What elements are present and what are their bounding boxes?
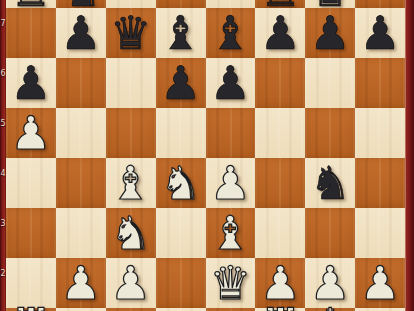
square-b6[interactable] [56,58,106,108]
square-f7[interactable]: ♟ [255,8,305,58]
square-h2[interactable]: ♟ [355,258,405,308]
board-frame-left [0,0,6,311]
piece-white-bishop-c4[interactable]: ♝ [106,158,156,208]
square-b2[interactable]: ♟ [56,258,106,308]
square-d2[interactable] [156,258,206,308]
rank-label-7: 7 [0,19,6,29]
rank-label-5: 5 [0,119,6,129]
square-a8[interactable]: ♜ [6,0,56,8]
square-a7[interactable] [6,8,56,58]
rank-label-3: 3 [0,219,6,229]
square-c7[interactable]: ♛ [106,8,156,58]
square-b3[interactable] [56,208,106,258]
square-e3[interactable]: ♝ [206,208,256,258]
piece-white-pawn-b2[interactable]: ♟ [56,258,106,308]
square-c2[interactable]: ♟ [106,258,156,308]
square-a3[interactable] [6,208,56,258]
piece-white-rook-a1[interactable]: ♜ [6,300,56,311]
square-d7[interactable]: ♝ [156,8,206,58]
square-f6[interactable] [255,58,305,108]
square-h3[interactable] [355,208,405,258]
square-c6[interactable] [106,58,156,108]
piece-black-pawn-f7[interactable]: ♟ [255,8,305,58]
piece-black-pawn-e6[interactable]: ♟ [206,58,256,108]
square-d4[interactable]: ♞ [156,158,206,208]
piece-black-bishop-d7[interactable]: ♝ [156,8,206,58]
piece-black-knight-g4[interactable]: ♞ [305,158,355,208]
piece-black-pawn-d6[interactable]: ♟ [156,58,206,108]
square-a6[interactable]: ♟ [6,58,56,108]
square-c5[interactable] [106,108,156,158]
square-c4[interactable]: ♝ [106,158,156,208]
square-f3[interactable] [255,208,305,258]
piece-white-king-g1[interactable]: ♚ [305,300,355,311]
piece-black-pawn-h7[interactable]: ♟ [355,8,405,58]
square-h4[interactable] [355,158,405,208]
rank-label-6: 6 [0,69,6,79]
piece-black-pawn-g7[interactable]: ♟ [305,8,355,58]
rank-label-2: 2 [0,269,6,279]
square-f4[interactable] [255,158,305,208]
piece-white-pawn-e4[interactable]: ♟ [206,158,256,208]
piece-white-pawn-a5[interactable]: ♟ [6,108,56,158]
rank-label-4: 4 [0,169,6,179]
square-b4[interactable] [56,158,106,208]
piece-black-pawn-b7[interactable]: ♟ [56,8,106,58]
square-g6[interactable] [305,58,355,108]
square-d6[interactable]: ♟ [156,58,206,108]
piece-white-queen-e2[interactable]: ♛ [206,258,256,308]
square-h7[interactable]: ♟ [355,8,405,58]
piece-white-knight-d4[interactable]: ♞ [156,158,206,208]
piece-black-queen-c7[interactable]: ♛ [106,8,156,58]
square-g4[interactable]: ♞ [305,158,355,208]
board: ♜♞♜♚♟♛♝♝♟♟♟♟♟♟♟♝♞♟♞♞♝♟♟♛♟♟♟♜♜♚ [6,0,405,311]
board-frame-right [405,0,414,311]
square-b7[interactable]: ♟ [56,8,106,58]
square-g5[interactable] [305,108,355,158]
square-g7[interactable]: ♟ [305,8,355,58]
square-e2[interactable]: ♛ [206,258,256,308]
square-h6[interactable] [355,58,405,108]
square-h5[interactable] [355,108,405,158]
piece-white-pawn-c2[interactable]: ♟ [106,258,156,308]
piece-black-bishop-e7[interactable]: ♝ [206,8,256,58]
piece-white-rook-f1[interactable]: ♜ [255,300,305,311]
piece-white-bishop-e3[interactable]: ♝ [206,208,256,258]
square-c3[interactable]: ♞ [106,208,156,258]
square-d3[interactable] [156,208,206,258]
piece-black-pawn-a6[interactable]: ♟ [6,58,56,108]
square-e5[interactable] [206,108,256,158]
square-g3[interactable] [305,208,355,258]
square-b5[interactable] [56,108,106,158]
square-d5[interactable] [156,108,206,158]
chessboard-screenshot: 7 6 5 4 3 2 ♜♞♜♚♟♛♝♝♟♟♟♟♟♟♟♝♞♟♞♞♝♟♟♛♟♟♟♜… [0,0,414,311]
square-e7[interactable]: ♝ [206,8,256,58]
piece-white-knight-c3[interactable]: ♞ [106,208,156,258]
square-a5[interactable]: ♟ [6,108,56,158]
square-a4[interactable] [6,158,56,208]
piece-white-pawn-h2[interactable]: ♟ [355,258,405,308]
square-e6[interactable]: ♟ [206,58,256,108]
square-f5[interactable] [255,108,305,158]
square-e4[interactable]: ♟ [206,158,256,208]
